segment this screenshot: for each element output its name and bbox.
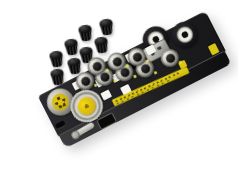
clip-screw-icon (70, 129, 81, 140)
protective-cap (48, 50, 63, 68)
io-module (38, 11, 233, 150)
status-led (153, 71, 157, 75)
protective-cap (98, 18, 113, 36)
protective-cap (63, 38, 78, 56)
protective-cap (77, 24, 92, 42)
id-label (100, 89, 112, 100)
status-led (113, 79, 117, 83)
status-led (133, 74, 137, 78)
corner-mount-slot (55, 120, 66, 129)
product-photo (0, 0, 238, 178)
bus-port-m12 (167, 17, 202, 52)
protective-cap (66, 57, 81, 75)
protective-cap (93, 36, 108, 54)
